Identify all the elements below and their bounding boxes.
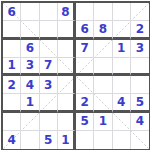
- cell-r1c3[interactable]: [40, 3, 58, 21]
- cell-r1c7[interactable]: [113, 3, 131, 21]
- cell-r1c2[interactable]: [21, 3, 39, 21]
- cell-r2c3[interactable]: [40, 21, 58, 39]
- cell-r2c6[interactable]: 8: [94, 21, 112, 39]
- cell-r2c8[interactable]: 2: [131, 21, 149, 39]
- cell-r8c3[interactable]: 5: [40, 131, 58, 149]
- cell-r5c1[interactable]: 2: [3, 76, 21, 94]
- cell-r1c6[interactable]: [94, 3, 112, 21]
- cell-r8c7[interactable]: [113, 131, 131, 149]
- sudoku-board: 6868267131372431245514451: [1, 1, 150, 150]
- cell-r4c5[interactable]: [76, 58, 94, 76]
- cell-r3c4[interactable]: [58, 40, 76, 58]
- cell-r7c7[interactable]: [113, 113, 131, 131]
- cell-r5c6[interactable]: [94, 76, 112, 94]
- cell-r6c6[interactable]: [94, 94, 112, 112]
- cell-r7c5[interactable]: 5: [76, 113, 94, 131]
- cell-r6c5[interactable]: 2: [76, 94, 94, 112]
- cell-r6c1[interactable]: [3, 94, 21, 112]
- cell-r4c4[interactable]: [58, 58, 76, 76]
- cell-r1c1[interactable]: 6: [3, 3, 21, 21]
- cell-r8c8[interactable]: [131, 131, 149, 149]
- cell-r6c7[interactable]: 4: [113, 94, 131, 112]
- cell-r3c2[interactable]: 6: [21, 40, 39, 58]
- cell-r3c3[interactable]: [40, 40, 58, 58]
- cell-r2c4[interactable]: [58, 21, 76, 39]
- cell-r5c3[interactable]: 3: [40, 76, 58, 94]
- cell-r5c5[interactable]: [76, 76, 94, 94]
- cell-r3c6[interactable]: [94, 40, 112, 58]
- cell-r2c5[interactable]: 6: [76, 21, 94, 39]
- cell-r7c8[interactable]: 4: [131, 113, 149, 131]
- cell-r5c8[interactable]: [131, 76, 149, 94]
- cell-r4c3[interactable]: 7: [40, 58, 58, 76]
- cell-r4c7[interactable]: [113, 58, 131, 76]
- cell-r6c8[interactable]: 5: [131, 94, 149, 112]
- cell-r7c6[interactable]: 1: [94, 113, 112, 131]
- cell-r5c7[interactable]: [113, 76, 131, 94]
- cell-r3c8[interactable]: 3: [131, 40, 149, 58]
- cell-r1c4[interactable]: 8: [58, 3, 76, 21]
- cell-r8c4[interactable]: 1: [58, 131, 76, 149]
- cell-r5c4[interactable]: [58, 76, 76, 94]
- cell-r6c2[interactable]: 1: [21, 94, 39, 112]
- cell-r5c2[interactable]: 4: [21, 76, 39, 94]
- cell-r2c1[interactable]: [3, 21, 21, 39]
- cell-r8c1[interactable]: 4: [3, 131, 21, 149]
- cell-r4c1[interactable]: 1: [3, 58, 21, 76]
- cell-r3c1[interactable]: [3, 40, 21, 58]
- cell-r8c6[interactable]: [94, 131, 112, 149]
- cell-r7c4[interactable]: [58, 113, 76, 131]
- cell-r6c4[interactable]: [58, 94, 76, 112]
- cell-r7c1[interactable]: [3, 113, 21, 131]
- cell-r1c5[interactable]: [76, 3, 94, 21]
- cell-r8c2[interactable]: [21, 131, 39, 149]
- cell-r2c7[interactable]: [113, 21, 131, 39]
- cell-r8c5[interactable]: [76, 131, 94, 149]
- cell-r6c3[interactable]: [40, 94, 58, 112]
- cell-r7c2[interactable]: [21, 113, 39, 131]
- cell-r4c6[interactable]: [94, 58, 112, 76]
- cell-r7c3[interactable]: [40, 113, 58, 131]
- sudoku-grid: 6868267131372431245514451: [3, 3, 149, 149]
- cell-r1c8[interactable]: [131, 3, 149, 21]
- cell-r3c7[interactable]: 1: [113, 40, 131, 58]
- cell-r2c2[interactable]: [21, 21, 39, 39]
- cell-r4c8[interactable]: [131, 58, 149, 76]
- cell-r4c2[interactable]: 3: [21, 58, 39, 76]
- cell-r3c5[interactable]: 7: [76, 40, 94, 58]
